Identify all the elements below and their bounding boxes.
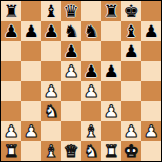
square-d4[interactable] [61, 81, 81, 101]
square-d7[interactable]: ♞ [61, 21, 81, 41]
square-a6[interactable] [1, 41, 21, 61]
white-bishop: ♝ [41, 141, 61, 161]
square-e7[interactable]: ♞ [81, 21, 101, 41]
square-a2[interactable]: ♟ [1, 121, 21, 141]
square-a5[interactable] [1, 61, 21, 81]
square-b8[interactable] [21, 1, 41, 21]
black-pawn: ♟ [101, 61, 121, 81]
square-b2[interactable]: ♟ [21, 121, 41, 141]
square-h7[interactable]: ♟ [141, 21, 161, 41]
square-c3[interactable]: ♞ [41, 101, 61, 121]
square-e2[interactable]: ♝ [81, 121, 101, 141]
square-f8[interactable]: ♜ [101, 1, 121, 21]
black-pawn: ♟ [21, 21, 41, 41]
square-h1[interactable] [141, 141, 161, 161]
white-knight: ♞ [41, 101, 61, 121]
black-bishop: ♝ [121, 21, 141, 41]
black-rook: ♜ [1, 1, 21, 21]
square-h3[interactable] [141, 101, 161, 121]
white-pawn: ♟ [21, 121, 41, 141]
square-a8[interactable]: ♜ [1, 1, 21, 21]
square-h6[interactable] [141, 41, 161, 61]
square-h8[interactable] [141, 1, 161, 21]
white-king: ♚ [121, 141, 141, 161]
square-f3[interactable]: ♟ [101, 101, 121, 121]
white-pawn: ♟ [1, 121, 21, 141]
square-g1[interactable]: ♚ [121, 141, 141, 161]
black-queen: ♛ [61, 1, 81, 21]
square-f6[interactable] [101, 41, 121, 61]
white-pawn: ♟ [141, 121, 161, 141]
square-g2[interactable]: ♟ [121, 121, 141, 141]
white-queen: ♛ [61, 141, 81, 161]
white-rook: ♜ [101, 141, 121, 161]
white-bishop: ♝ [81, 121, 101, 141]
white-pawn: ♟ [81, 81, 101, 101]
black-pawn: ♟ [81, 61, 101, 81]
square-c4[interactable]: ♟ [41, 81, 61, 101]
square-f1[interactable]: ♜ [101, 141, 121, 161]
square-d5[interactable]: ♟ [61, 61, 81, 81]
square-g5[interactable] [121, 61, 141, 81]
square-b5[interactable] [21, 61, 41, 81]
square-c6[interactable] [41, 41, 61, 61]
square-c2[interactable] [41, 121, 61, 141]
square-a7[interactable]: ♟ [1, 21, 21, 41]
square-f7[interactable] [101, 21, 121, 41]
square-c7[interactable]: ♟ [41, 21, 61, 41]
square-b6[interactable] [21, 41, 41, 61]
chess-board-frame: ♜♝♛♜♚♟♟♟♞♞♝♟♟♟♟♟♟♟♟♞♟♟♟♝♟♟♜♝♛♞♜♚ [0, 0, 162, 162]
square-f2[interactable] [101, 121, 121, 141]
black-pawn: ♟ [61, 41, 81, 61]
square-e5[interactable]: ♟ [81, 61, 101, 81]
white-knight: ♞ [81, 141, 101, 161]
square-c5[interactable] [41, 61, 61, 81]
square-d6[interactable]: ♟ [61, 41, 81, 61]
square-d8[interactable]: ♛ [61, 1, 81, 21]
square-f4[interactable] [101, 81, 121, 101]
square-e8[interactable] [81, 1, 101, 21]
square-b3[interactable] [21, 101, 41, 121]
square-a1[interactable]: ♜ [1, 141, 21, 161]
square-h5[interactable] [141, 61, 161, 81]
square-h4[interactable] [141, 81, 161, 101]
square-b1[interactable] [21, 141, 41, 161]
square-g4[interactable] [121, 81, 141, 101]
black-pawn: ♟ [41, 21, 61, 41]
white-pawn: ♟ [121, 121, 141, 141]
chess-board: ♜♝♛♜♚♟♟♟♞♞♝♟♟♟♟♟♟♟♟♞♟♟♟♝♟♟♜♝♛♞♜♚ [1, 1, 161, 161]
square-b7[interactable]: ♟ [21, 21, 41, 41]
square-g8[interactable]: ♚ [121, 1, 141, 21]
square-a4[interactable] [1, 81, 21, 101]
square-c1[interactable]: ♝ [41, 141, 61, 161]
square-c8[interactable]: ♝ [41, 1, 61, 21]
square-g6[interactable]: ♟ [121, 41, 141, 61]
white-pawn: ♟ [101, 101, 121, 121]
black-king: ♚ [121, 1, 141, 21]
square-e3[interactable] [81, 101, 101, 121]
square-a3[interactable] [1, 101, 21, 121]
black-knight: ♞ [61, 21, 81, 41]
square-b4[interactable] [21, 81, 41, 101]
square-e6[interactable] [81, 41, 101, 61]
black-pawn: ♟ [121, 41, 141, 61]
black-pawn: ♟ [1, 21, 21, 41]
white-rook: ♜ [1, 141, 21, 161]
white-pawn: ♟ [61, 61, 81, 81]
square-d3[interactable] [61, 101, 81, 121]
square-e4[interactable]: ♟ [81, 81, 101, 101]
square-e1[interactable]: ♞ [81, 141, 101, 161]
black-rook: ♜ [101, 1, 121, 21]
white-pawn: ♟ [41, 81, 61, 101]
square-d2[interactable] [61, 121, 81, 141]
square-d1[interactable]: ♛ [61, 141, 81, 161]
square-g3[interactable] [121, 101, 141, 121]
black-bishop: ♝ [41, 1, 61, 21]
black-knight: ♞ [81, 21, 101, 41]
square-f5[interactable]: ♟ [101, 61, 121, 81]
square-h2[interactable]: ♟ [141, 121, 161, 141]
square-g7[interactable]: ♝ [121, 21, 141, 41]
black-pawn: ♟ [141, 21, 161, 41]
